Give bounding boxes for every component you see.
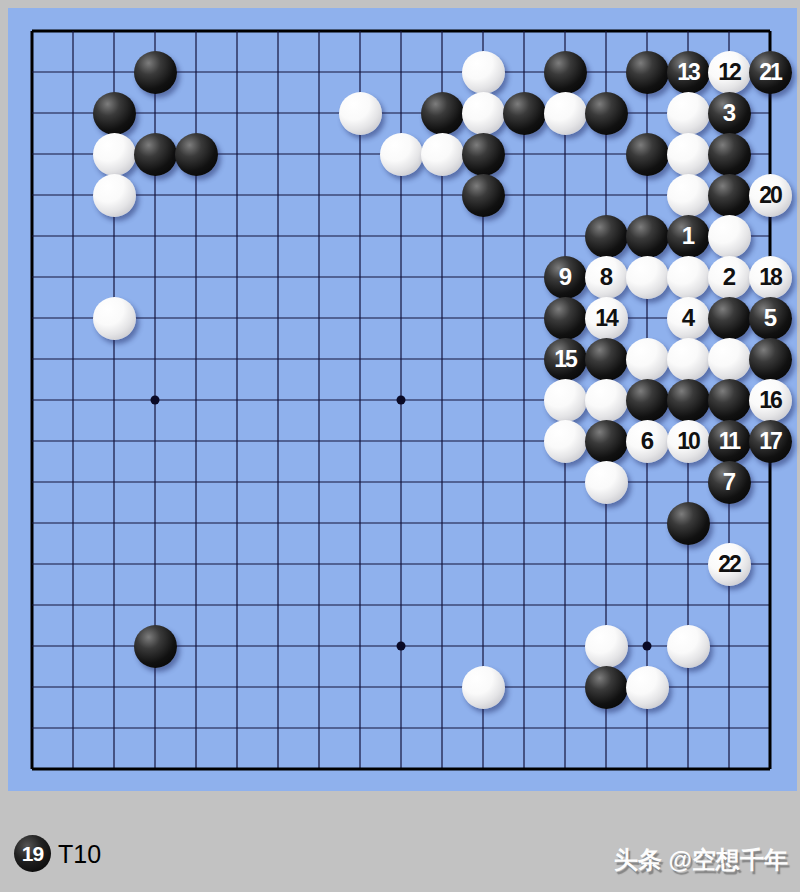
stone-white: 22: [708, 543, 751, 586]
stone-white: [380, 133, 423, 176]
stone-black: 3: [708, 92, 751, 135]
stone-black: [585, 92, 628, 135]
stone-white: 2: [708, 256, 751, 299]
stone-black: [749, 338, 792, 381]
stone-white: [462, 51, 505, 94]
stone-black: [626, 215, 669, 258]
stone-black: 15: [544, 338, 587, 381]
move-number-label: 9: [559, 265, 571, 289]
stone-white: [626, 338, 669, 381]
stone-white: 6: [626, 420, 669, 463]
stone-black: [667, 502, 710, 545]
stone-black: [503, 92, 546, 135]
move-number-label: 18: [759, 266, 781, 289]
stone-black: [134, 133, 177, 176]
stone-black: [585, 338, 628, 381]
stone-white: 14: [585, 297, 628, 340]
footer-move-number: 19: [22, 842, 43, 866]
stone-black: 21: [749, 51, 792, 94]
stone-black: 9: [544, 256, 587, 299]
stone-black: [544, 51, 587, 94]
stone-white: 20: [749, 174, 792, 217]
stone-black: [585, 420, 628, 463]
move-number-label: 8: [600, 265, 612, 289]
stone-white: [462, 666, 505, 709]
stone-white: 12: [708, 51, 751, 94]
stone-white: [585, 379, 628, 422]
move-number-label: 17: [759, 430, 781, 453]
stone-black: [134, 51, 177, 94]
go-board[interactable]: 131221320198218144515166101117722: [8, 8, 797, 791]
stone-white: 10: [667, 420, 710, 463]
move-number-label: 22: [718, 553, 740, 576]
stone-black: 13: [667, 51, 710, 94]
stone-white: [544, 92, 587, 135]
stone-white: [708, 338, 751, 381]
watermark-text: 头条 @空想千年: [614, 844, 788, 876]
stone-black: [626, 51, 669, 94]
stone-white: [626, 666, 669, 709]
stone-black: 1: [667, 215, 710, 258]
stone-white: [339, 92, 382, 135]
stone-white: 8: [585, 256, 628, 299]
stone-black: [585, 666, 628, 709]
stone-black: [708, 297, 751, 340]
stone-white: [667, 338, 710, 381]
move-number-label: 13: [677, 61, 699, 84]
stone-white: [544, 420, 587, 463]
move-number-label: 21: [759, 61, 781, 84]
stone-white: [421, 133, 464, 176]
move-number-label: 2: [723, 265, 735, 289]
move-number-label: 12: [718, 61, 740, 84]
move-number-label: 1: [682, 224, 694, 248]
stone-white: [708, 215, 751, 258]
stone-white: [585, 625, 628, 668]
stone-black: 17: [749, 420, 792, 463]
move-number-label: 4: [682, 306, 694, 330]
stone-black: [708, 174, 751, 217]
stone-black: [585, 215, 628, 258]
stone-black: [626, 133, 669, 176]
stone-black: [175, 133, 218, 176]
stone-white: [667, 625, 710, 668]
footer-move-location: T10: [58, 840, 101, 869]
move-number-label: 14: [595, 307, 617, 330]
stone-black: [708, 133, 751, 176]
stone-white: [462, 92, 505, 135]
move-number-label: 20: [759, 184, 781, 207]
stone-white: [667, 256, 710, 299]
stone-black: [421, 92, 464, 135]
stone-white: [667, 92, 710, 135]
stone-black: [708, 379, 751, 422]
stone-white: 18: [749, 256, 792, 299]
stones-layer: 131221320198218144515166101117722: [12, 11, 791, 790]
move-number-label: 5: [764, 306, 776, 330]
stone-black: [667, 379, 710, 422]
page: 131221320198218144515166101117722 19 T10…: [0, 0, 800, 892]
stone-white: 16: [749, 379, 792, 422]
stone-white: [626, 256, 669, 299]
move-number-label: 6: [641, 429, 653, 453]
stone-white: [93, 297, 136, 340]
move-number-label: 16: [759, 389, 781, 412]
stone-black: [462, 133, 505, 176]
stone-white: [544, 379, 587, 422]
stone-white: [93, 133, 136, 176]
stone-black: 5: [749, 297, 792, 340]
stone-black: [544, 297, 587, 340]
move-number-label: 11: [719, 430, 739, 453]
stone-white: 4: [667, 297, 710, 340]
stone-black: 7: [708, 461, 751, 504]
stone-black: [462, 174, 505, 217]
stone-black: 11: [708, 420, 751, 463]
stone-white: [93, 174, 136, 217]
stone-white: [667, 174, 710, 217]
stone-black: [134, 625, 177, 668]
stone-white: [667, 133, 710, 176]
move-number-label: 7: [723, 470, 735, 494]
move-number-label: 10: [677, 430, 699, 453]
stone-white: [585, 461, 628, 504]
stone-black: [93, 92, 136, 135]
stone-black: [626, 379, 669, 422]
move-number-label: 15: [554, 348, 576, 371]
footer-move-stone: 19: [14, 835, 51, 872]
move-number-label: 3: [723, 101, 735, 125]
